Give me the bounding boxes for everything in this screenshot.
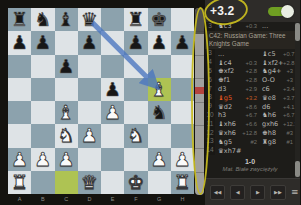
board-square-e7[interactable]: [101, 31, 124, 54]
move-white[interactable]: ♝xh6: [215, 120, 240, 128]
jump-to-end-button[interactable]: ▶▶: [270, 185, 285, 200]
black-pawn-e5[interactable]: ♟: [101, 78, 124, 101]
board-square-e8[interactable]: [101, 8, 124, 31]
board-square-e2[interactable]: [101, 148, 124, 171]
black-pawn-f7[interactable]: ♟: [124, 31, 147, 54]
move-row-3: 3...♝c5+0.7: [205, 49, 295, 58]
eval-black: +3.4: [283, 86, 295, 92]
engine-toggle[interactable]: [268, 7, 292, 16]
move-black[interactable]: d6: [259, 103, 283, 111]
scrollbar-thumb-top[interactable]: [295, 23, 300, 41]
black-pawn-c6[interactable]: ♟: [55, 55, 78, 78]
board-square-g1[interactable]: [148, 171, 171, 194]
move-white[interactable]: ♞c3: [215, 22, 240, 30]
file-label-c: C: [55, 195, 78, 205]
board-square-h3[interactable]: [171, 124, 194, 147]
white-pawn-h2[interactable]: ♟: [171, 148, 194, 171]
move-row-4: 4♝c4+0.3♝xf2++2.8: [205, 58, 295, 67]
black-pawn-d7[interactable]: ♟: [78, 31, 101, 54]
eval-black: +4.1: [283, 104, 295, 110]
file-label-g: G: [148, 195, 171, 205]
white-bishop-g5[interactable]: ♝: [148, 78, 171, 101]
move-row-10: 10h3+6.7♞h6+6.7: [205, 111, 295, 120]
move-white[interactable]: ♝c4: [215, 59, 240, 67]
move-number: 3: [205, 22, 215, 31]
eval-black: +3.7: [283, 95, 295, 101]
engine-eval: +3.2: [210, 4, 235, 18]
move-row-6: 6♚f1+2.8O-O+3: [205, 76, 295, 85]
move-white[interactable]: ♚f1: [215, 76, 240, 84]
black-pawn-h7[interactable]: ♟: [171, 31, 194, 54]
move-white[interactable]: ♛xh6: [215, 129, 240, 137]
black-knight-b8[interactable]: ♞: [31, 8, 54, 31]
board-square-e3[interactable]: [101, 124, 124, 147]
black-rook-a8[interactable]: ♜: [8, 8, 31, 31]
jump-to-start-button[interactable]: ◀◀: [210, 185, 225, 200]
move-black[interactable]: ♝c5: [259, 50, 283, 58]
move-black[interactable]: c6: [259, 85, 283, 93]
white-pawn-d3[interactable]: ♟: [78, 124, 101, 147]
black-queen-d8[interactable]: ♛: [78, 8, 101, 31]
move-black[interactable]: ♞g4+: [259, 67, 283, 75]
move-white[interactable]: ♞g5: [215, 138, 240, 146]
move-number: 6: [205, 76, 215, 85]
opening-name: C42: Russian Game: Three Knights Game: [205, 31, 295, 50]
previous-move-button[interactable]: ◀: [230, 185, 245, 200]
board-square-e6[interactable]: [101, 55, 124, 78]
white-knight-f3[interactable]: ♞: [124, 124, 147, 147]
file-label-b: B: [31, 195, 54, 205]
black-knight-g4[interactable]: ♞: [148, 101, 171, 124]
eval-white: +0.3: [240, 60, 259, 66]
file-label-a: A: [8, 195, 31, 205]
eval-white: +2.9: [240, 86, 259, 92]
move-number: 8: [205, 93, 215, 102]
eval-black: #3: [283, 130, 295, 136]
move-row-13: 13♞g5#2♜g8#1: [205, 137, 295, 146]
move-white[interactable]: d3: [215, 85, 240, 93]
eval-white: +6.6: [240, 121, 259, 127]
board-square-h8[interactable]: [171, 8, 194, 31]
move-black[interactable]: ♚h8: [259, 129, 283, 137]
toggle-knob-icon: [281, 5, 294, 18]
move-row-3: 3♞c3+0.3...: [205, 22, 295, 31]
move-black[interactable]: ♛e8: [259, 94, 283, 102]
board-square-f4[interactable]: [124, 101, 147, 124]
white-pawn-g2[interactable]: ♟: [148, 148, 171, 171]
board-square-h5[interactable]: [171, 78, 194, 101]
move-row-12: 12♛xh6+12.8♚h8#3: [205, 129, 295, 138]
black-pawn-b7[interactable]: ♟: [31, 31, 54, 54]
move-number: 4: [205, 58, 215, 67]
board-square-g3[interactable]: [148, 124, 171, 147]
navigation-toolbar: ◀◀◀▶▶▶≡: [205, 178, 300, 205]
move-number: 12: [205, 129, 215, 138]
move-black[interactable]: gxh6: [259, 120, 283, 128]
board-square-f5[interactable]: [124, 78, 147, 101]
eval-white: +12.8: [240, 130, 259, 136]
black-pawn-g7[interactable]: ♟: [148, 31, 171, 54]
move-row-7: 7d3+2.9c6+3.4: [205, 85, 295, 94]
move-row-5: 5♚xf2+2.8♞g4++3: [205, 67, 295, 76]
move-white[interactable]: h3: [215, 111, 240, 119]
board-square-c5[interactable]: [55, 78, 78, 101]
move-white[interactable]: ...: [215, 50, 240, 58]
board-square-b5[interactable]: [31, 78, 54, 101]
move-black[interactable]: ...: [259, 22, 283, 30]
result-note: Mat. Białe zwyciężyły: [205, 166, 295, 172]
file-label-d: D: [78, 195, 101, 205]
white-queen-d1[interactable]: ♛: [78, 171, 101, 194]
move-number: 3: [205, 49, 215, 58]
black-king-g8[interactable]: ♚: [148, 8, 171, 31]
board-square-c7[interactable]: [55, 31, 78, 54]
move-list: 3♞c3+0.3...C42: Russian Game: Three Knig…: [205, 22, 295, 178]
board-square-f2[interactable]: [124, 148, 147, 171]
move-white[interactable]: ♚xf2: [215, 67, 240, 75]
move-row-11: 11♝xh6+6.6gxh6+12.3: [205, 120, 295, 129]
eval-white: +2.8: [240, 77, 259, 83]
board-square-b1[interactable]: [31, 171, 54, 194]
white-rook-a1[interactable]: ♜: [8, 171, 31, 194]
board-square-d2[interactable]: [78, 148, 101, 171]
board-square-a5[interactable]: [8, 78, 31, 101]
eval-gauge: [195, 8, 204, 195]
board-square-h6[interactable]: [171, 55, 194, 78]
board-square-e1[interactable]: [101, 171, 124, 194]
board-square-d4[interactable]: [78, 101, 101, 124]
chess-board[interactable]: ♜♞♝♛♜♚♟♟♟♟♟♟♟♟♝♝♟♞♞♟♞♟♟♟♟♟♜♛♚♜: [8, 8, 194, 194]
menu-button[interactable]: ≡: [290, 186, 301, 199]
eval-black: +3: [283, 68, 295, 74]
eval-white: +2.8: [240, 68, 259, 74]
next-move-button[interactable]: ▶: [250, 185, 265, 200]
move-number: 14: [205, 146, 215, 155]
board-square-f6[interactable]: [124, 55, 147, 78]
move-black[interactable]: O-O: [259, 76, 283, 84]
move-number: 13: [205, 137, 215, 146]
move-number: 10: [205, 111, 215, 120]
eval-white: #2: [240, 139, 259, 145]
eval-black: +3: [283, 77, 295, 83]
eval-white: +6.7: [240, 112, 259, 118]
black-pawn-a7[interactable]: ♟: [8, 31, 31, 54]
board-square-a3[interactable]: [8, 124, 31, 147]
board-square-b3[interactable]: [31, 124, 54, 147]
move-row-9: 9♛d2+8.6d6+4.1: [205, 102, 295, 111]
black-rook-f8[interactable]: ♜: [124, 8, 147, 31]
move-number: 11: [205, 120, 215, 129]
move-row-14: 14♛xh7#: [205, 146, 295, 155]
file-label-e: E: [101, 195, 124, 205]
move-number: 7: [205, 85, 215, 94]
board-square-d5[interactable]: [78, 78, 101, 101]
move-black[interactable]: ♝xf2+: [259, 59, 283, 67]
board-square-h4[interactable]: [171, 101, 194, 124]
eval-white: +0.3: [240, 23, 259, 29]
move-row-8: 8♝g5+3.2♛e8+3.7: [205, 93, 295, 102]
white-pawn-e4[interactable]: ♟: [101, 101, 124, 124]
move-white[interactable]: ♝g5: [215, 94, 240, 102]
eval-black: #1: [283, 139, 295, 145]
game-result: 1-0: [205, 158, 295, 165]
board-square-a4[interactable]: [8, 101, 31, 124]
white-bishop-c4[interactable]: ♝: [55, 101, 78, 124]
board-square-c1[interactable]: [55, 171, 78, 194]
white-knight-c3[interactable]: ♞: [55, 124, 78, 147]
white-pawn-b2[interactable]: ♟: [31, 148, 54, 171]
eval-black: +12.3: [283, 121, 295, 127]
eval-white: +8.6: [240, 104, 259, 110]
eval-black: +0.7: [283, 51, 295, 57]
eval-black: +6.7: [283, 112, 295, 118]
move-black[interactable]: ♜g8: [259, 138, 283, 146]
board-square-a6[interactable]: [8, 55, 31, 78]
move-white[interactable]: ♛d2: [215, 103, 240, 111]
analysis-panel: +3.2 3♞c3+0.3...C42: Russian Game: Three…: [205, 0, 300, 205]
board-square-b6[interactable]: [31, 55, 54, 78]
file-label-f: F: [124, 195, 147, 205]
board-square-d6[interactable]: [78, 55, 101, 78]
white-pawn-c2[interactable]: ♟: [55, 148, 78, 171]
eval-white: +3.2: [240, 95, 259, 101]
file-coordinates: ABCDEFGH: [8, 195, 194, 205]
board-square-g6[interactable]: [148, 55, 171, 78]
eval-black: +2.8: [283, 60, 295, 66]
move-list-scrollbar[interactable]: [295, 22, 300, 178]
white-rook-h1[interactable]: ♜: [171, 171, 194, 194]
white-pawn-a2[interactable]: ♟: [8, 148, 31, 171]
move-number: 5: [205, 67, 215, 76]
board-square-b4[interactable]: [31, 101, 54, 124]
engine-bar: +3.2: [205, 0, 300, 22]
move-black[interactable]: ♞h6: [259, 111, 283, 119]
move-white[interactable]: ♛xh7#: [215, 147, 240, 155]
white-king-f1[interactable]: ♚: [124, 171, 147, 194]
move-number: 9: [205, 102, 215, 111]
analysis-screen: ♜♞♝♛♜♚♟♟♟♟♟♟♟♟♝♝♟♞♞♟♞♟♟♟♟♟♜♛♚♜ ABCDEFGH …: [0, 0, 300, 205]
file-label-h: H: [171, 195, 194, 205]
scrollbar-thumb-bottom[interactable]: [295, 161, 300, 177]
black-bishop-c8[interactable]: ♝: [55, 8, 78, 31]
